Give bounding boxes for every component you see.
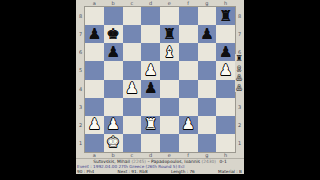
square-c1[interactable] [123,134,142,152]
file-label-f: f [179,0,198,7]
screenshot-stage: abcdefgh 87654321 87654321 ♜♟♚♜♟♟♝♟♟♟♟♟♟… [0,0,320,180]
rank-label-2: 2 [76,116,85,134]
square-f7[interactable] [179,25,198,43]
black-pawn-b6: ♟ [106,45,119,60]
square-a3[interactable] [85,98,104,116]
white-pawn-c4: ♟ [125,81,138,96]
square-h3[interactable] [216,98,235,116]
square-c6[interactable] [123,43,142,61]
file-labels-top: abcdefgh [85,0,235,7]
rank-label-8: 8 [76,7,85,25]
square-h8[interactable]: ♜ [216,7,235,25]
rank-labels-left: 87654321 [76,7,85,152]
file-label-g: g [198,0,217,7]
square-c5[interactable] [123,61,142,79]
rank-label-7: 7 [76,25,85,43]
square-a8[interactable] [85,7,104,25]
chess-board[interactable]: ♜♟♚♜♟♟♝♟♟♟♟♟♟♟♜♟♚ [85,7,235,152]
file-label-d: d [141,0,160,7]
file-label-b: b [104,0,123,7]
rank-label-6: 6 [76,43,85,61]
square-a6[interactable] [85,43,104,61]
square-b4[interactable] [104,80,123,98]
square-e8[interactable] [160,7,179,25]
material-white-pawn-icon: ♙ [235,83,242,93]
rank-label-2: 2 [235,116,244,134]
move-info: 90 : Ph4 [77,169,94,174]
square-b8[interactable] [104,7,123,25]
game-result: 0-1 [220,159,227,164]
square-e6[interactable]: ♝ [160,43,179,61]
square-h2[interactable] [216,116,235,134]
black-rook-e7: ♜ [163,27,176,42]
length-info: Length : 76 [171,169,195,174]
square-f8[interactable] [179,7,198,25]
chess-panel: abcdefgh 87654321 87654321 ♜♟♚♜♟♟♝♟♟♟♟♟♟… [76,0,244,174]
square-e3[interactable] [160,98,179,116]
rank-label-5: 5 [76,61,85,79]
square-a7[interactable]: ♟ [85,25,104,43]
status-line: 90 : Ph4 Next : 91. Rb8 Length : 76 Mate… [76,169,244,174]
square-f1[interactable] [179,134,198,152]
square-d7[interactable] [141,25,160,43]
material-black-rook-icon: ♜ [235,54,242,64]
square-f3[interactable] [179,98,198,116]
square-e7[interactable]: ♜ [160,25,179,43]
white-pawn-d5: ♟ [144,63,157,78]
black-rook-h8: ♜ [219,9,232,24]
white-pawn-h5: ♟ [219,63,232,78]
black-pawn-a7: ♟ [88,27,101,42]
square-e5[interactable] [160,61,179,79]
square-d6[interactable] [141,43,160,61]
square-f4[interactable] [179,80,198,98]
square-d5[interactable]: ♟ [141,61,160,79]
file-label-a: a [85,0,104,7]
square-b3[interactable] [104,98,123,116]
white-bishop-e6: ♝ [163,45,176,60]
square-e2[interactable] [160,116,179,134]
rank-label-7: 7 [235,25,244,43]
square-d1[interactable] [141,134,160,152]
rank-label-3: 3 [235,98,244,116]
square-e1[interactable] [160,134,179,152]
file-label-e: e [160,0,179,7]
square-g8[interactable] [198,7,217,25]
material-info: Material : B [218,169,242,174]
square-a5[interactable] [85,61,104,79]
square-f2[interactable]: ♟ [179,116,198,134]
square-g7[interactable]: ♟ [198,25,217,43]
square-f6[interactable] [179,43,198,61]
square-b5[interactable] [104,61,123,79]
game-info-footer: Sutovskis, Mihail (2245) – Papadopoulos,… [76,159,244,174]
white-king-b1: ♚ [106,135,119,150]
square-g1[interactable] [198,134,217,152]
square-b7[interactable]: ♚ [104,25,123,43]
black-pawn-d4: ♟ [144,81,157,96]
square-g4[interactable] [198,80,217,98]
square-b2[interactable]: ♟ [104,116,123,134]
square-c3[interactable] [123,98,142,116]
black-pawn-g7: ♟ [200,27,213,42]
rank-label-1: 1 [235,134,244,152]
black-king-b7: ♚ [106,27,119,42]
material-difference-column: ♜♗♙♙ [235,54,244,92]
square-d8[interactable] [141,7,160,25]
rank-label-3: 3 [76,98,85,116]
square-h7[interactable] [216,25,235,43]
square-h4[interactable] [216,80,235,98]
square-g2[interactable] [198,116,217,134]
white-pawn-a2: ♟ [88,117,101,132]
square-a2[interactable]: ♟ [85,116,104,134]
rank-label-1: 1 [76,134,85,152]
white-rook-d2: ♜ [144,117,157,132]
square-d3[interactable] [141,98,160,116]
square-c7[interactable] [123,25,142,43]
white-pawn-f2: ♟ [181,117,194,132]
square-h6[interactable]: ♟ [216,43,235,61]
square-g5[interactable] [198,61,217,79]
square-h5[interactable]: ♟ [216,61,235,79]
material-white-bishop-icon: ♗ [235,64,242,74]
square-b1[interactable]: ♚ [104,134,123,152]
file-label-h: h [216,0,235,7]
rank-label-8: 8 [235,7,244,25]
square-d2[interactable]: ♜ [141,116,160,134]
black-pawn-h6: ♟ [219,45,232,60]
square-g6[interactable] [198,43,217,61]
white-pawn-b2: ♟ [106,117,119,132]
square-c8[interactable] [123,7,142,25]
square-c2[interactable] [123,116,142,134]
black-player-elo: (2430) [201,159,216,164]
square-g3[interactable] [198,98,217,116]
rank-label-4: 4 [76,80,85,98]
next-move-info: Next : 91. Rb8 [118,169,148,174]
square-a1[interactable] [85,134,104,152]
square-a4[interactable] [85,80,104,98]
material-white-pawn-icon: ♙ [235,73,242,83]
square-d4[interactable]: ♟ [141,80,160,98]
square-b6[interactable]: ♟ [104,43,123,61]
square-e4[interactable] [160,80,179,98]
square-h1[interactable] [216,134,235,152]
file-label-c: c [123,0,142,7]
square-c4[interactable]: ♟ [123,80,142,98]
square-f5[interactable] [179,61,198,79]
